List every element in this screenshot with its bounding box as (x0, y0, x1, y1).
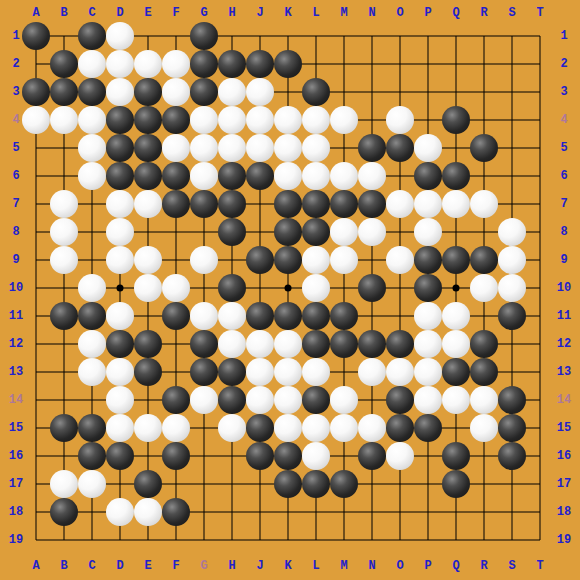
intersection-R2[interactable] (470, 50, 498, 78)
intersection-P10[interactable] (414, 274, 442, 302)
intersection-N14[interactable] (358, 386, 386, 414)
intersection-C19[interactable] (78, 526, 106, 554)
intersection-E16[interactable] (134, 442, 162, 470)
intersection-E6[interactable] (134, 162, 162, 190)
intersection-K13[interactable] (274, 358, 302, 386)
intersection-L18[interactable] (302, 498, 330, 526)
intersection-C10[interactable] (78, 274, 106, 302)
intersection-D19[interactable] (106, 526, 134, 554)
intersection-O10[interactable] (386, 274, 414, 302)
intersection-R15[interactable] (470, 414, 498, 442)
intersection-S11[interactable] (498, 302, 526, 330)
intersection-R4[interactable] (470, 106, 498, 134)
intersection-R13[interactable] (470, 358, 498, 386)
intersection-K9[interactable] (274, 246, 302, 274)
intersection-A8[interactable] (22, 218, 50, 246)
intersection-O16[interactable] (386, 442, 414, 470)
intersection-C17[interactable] (78, 470, 106, 498)
intersection-S12[interactable] (498, 330, 526, 358)
intersection-L9[interactable] (302, 246, 330, 274)
intersection-J15[interactable] (246, 414, 274, 442)
intersection-N6[interactable] (358, 162, 386, 190)
intersection-J12[interactable] (246, 330, 274, 358)
intersection-N12[interactable] (358, 330, 386, 358)
intersection-P8[interactable] (414, 218, 442, 246)
intersection-C11[interactable] (78, 302, 106, 330)
intersection-G10[interactable] (190, 274, 218, 302)
intersection-T7[interactable] (526, 190, 554, 218)
intersection-G16[interactable] (190, 442, 218, 470)
intersection-J7[interactable] (246, 190, 274, 218)
intersection-K14[interactable] (274, 386, 302, 414)
intersection-H6[interactable] (218, 162, 246, 190)
intersection-N13[interactable] (358, 358, 386, 386)
intersection-T14[interactable] (526, 386, 554, 414)
intersection-Q8[interactable] (442, 218, 470, 246)
intersection-J2[interactable] (246, 50, 274, 78)
intersection-D10[interactable] (106, 274, 134, 302)
intersection-M8[interactable] (330, 218, 358, 246)
intersection-T15[interactable] (526, 414, 554, 442)
intersection-N17[interactable] (358, 470, 386, 498)
intersection-P6[interactable] (414, 162, 442, 190)
intersection-O19[interactable] (386, 526, 414, 554)
intersection-Q3[interactable] (442, 78, 470, 106)
intersection-S19[interactable] (498, 526, 526, 554)
intersection-F14[interactable] (162, 386, 190, 414)
intersection-S10[interactable] (498, 274, 526, 302)
intersection-Q9[interactable] (442, 246, 470, 274)
intersection-E5[interactable] (134, 134, 162, 162)
intersection-O4[interactable] (386, 106, 414, 134)
intersection-K6[interactable] (274, 162, 302, 190)
intersection-L6[interactable] (302, 162, 330, 190)
intersection-A9[interactable] (22, 246, 50, 274)
intersection-T6[interactable] (526, 162, 554, 190)
intersection-D13[interactable] (106, 358, 134, 386)
intersection-K3[interactable] (274, 78, 302, 106)
intersection-N19[interactable] (358, 526, 386, 554)
intersection-A7[interactable] (22, 190, 50, 218)
intersection-L8[interactable] (302, 218, 330, 246)
intersection-P11[interactable] (414, 302, 442, 330)
intersection-A1[interactable] (22, 22, 50, 50)
intersection-S7[interactable] (498, 190, 526, 218)
intersection-F19[interactable] (162, 526, 190, 554)
intersection-G13[interactable] (190, 358, 218, 386)
intersection-H7[interactable] (218, 190, 246, 218)
intersection-J17[interactable] (246, 470, 274, 498)
intersection-H12[interactable] (218, 330, 246, 358)
intersection-T11[interactable] (526, 302, 554, 330)
intersection-E17[interactable] (134, 470, 162, 498)
intersection-A6[interactable] (22, 162, 50, 190)
intersection-S8[interactable] (498, 218, 526, 246)
intersection-O7[interactable] (386, 190, 414, 218)
intersection-C3[interactable] (78, 78, 106, 106)
intersection-S14[interactable] (498, 386, 526, 414)
intersection-M10[interactable] (330, 274, 358, 302)
intersection-T16[interactable] (526, 442, 554, 470)
intersection-P7[interactable] (414, 190, 442, 218)
intersection-G17[interactable] (190, 470, 218, 498)
intersection-H17[interactable] (218, 470, 246, 498)
intersection-A10[interactable] (22, 274, 50, 302)
intersection-O11[interactable] (386, 302, 414, 330)
intersection-P5[interactable] (414, 134, 442, 162)
intersection-T18[interactable] (526, 498, 554, 526)
intersection-N11[interactable] (358, 302, 386, 330)
intersection-K19[interactable] (274, 526, 302, 554)
intersection-R8[interactable] (470, 218, 498, 246)
intersection-E19[interactable] (134, 526, 162, 554)
intersection-B12[interactable] (50, 330, 78, 358)
intersection-T1[interactable] (526, 22, 554, 50)
intersection-B19[interactable] (50, 526, 78, 554)
intersection-P13[interactable] (414, 358, 442, 386)
intersection-H1[interactable] (218, 22, 246, 50)
intersection-O9[interactable] (386, 246, 414, 274)
intersection-S16[interactable] (498, 442, 526, 470)
intersection-P9[interactable] (414, 246, 442, 274)
intersection-T17[interactable] (526, 470, 554, 498)
intersection-N16[interactable] (358, 442, 386, 470)
intersection-J6[interactable] (246, 162, 274, 190)
intersection-Q11[interactable] (442, 302, 470, 330)
intersection-R14[interactable] (470, 386, 498, 414)
intersection-O1[interactable] (386, 22, 414, 50)
intersection-P2[interactable] (414, 50, 442, 78)
intersection-E13[interactable] (134, 358, 162, 386)
intersection-G3[interactable] (190, 78, 218, 106)
intersection-P15[interactable] (414, 414, 442, 442)
intersection-T9[interactable] (526, 246, 554, 274)
intersection-S6[interactable] (498, 162, 526, 190)
intersection-K2[interactable] (274, 50, 302, 78)
intersection-H18[interactable] (218, 498, 246, 526)
intersection-J14[interactable] (246, 386, 274, 414)
intersection-S1[interactable] (498, 22, 526, 50)
intersection-H9[interactable] (218, 246, 246, 274)
intersection-E18[interactable] (134, 498, 162, 526)
intersection-K4[interactable] (274, 106, 302, 134)
intersection-D16[interactable] (106, 442, 134, 470)
intersection-C16[interactable] (78, 442, 106, 470)
intersection-O8[interactable] (386, 218, 414, 246)
intersection-O13[interactable] (386, 358, 414, 386)
intersection-R12[interactable] (470, 330, 498, 358)
go-board[interactable] (22, 22, 554, 554)
intersection-L11[interactable] (302, 302, 330, 330)
intersection-A15[interactable] (22, 414, 50, 442)
intersection-O6[interactable] (386, 162, 414, 190)
intersection-Q4[interactable] (442, 106, 470, 134)
intersection-A18[interactable] (22, 498, 50, 526)
intersection-N18[interactable] (358, 498, 386, 526)
intersection-N3[interactable] (358, 78, 386, 106)
intersection-Q12[interactable] (442, 330, 470, 358)
intersection-D1[interactable] (106, 22, 134, 50)
intersection-G11[interactable] (190, 302, 218, 330)
intersection-M9[interactable] (330, 246, 358, 274)
intersection-F6[interactable] (162, 162, 190, 190)
intersection-S17[interactable] (498, 470, 526, 498)
intersection-E4[interactable] (134, 106, 162, 134)
intersection-Q14[interactable] (442, 386, 470, 414)
intersection-L7[interactable] (302, 190, 330, 218)
intersection-R6[interactable] (470, 162, 498, 190)
intersection-K5[interactable] (274, 134, 302, 162)
intersection-S4[interactable] (498, 106, 526, 134)
intersection-O12[interactable] (386, 330, 414, 358)
intersection-H13[interactable] (218, 358, 246, 386)
intersection-R3[interactable] (470, 78, 498, 106)
intersection-G14[interactable] (190, 386, 218, 414)
intersection-O14[interactable] (386, 386, 414, 414)
intersection-E9[interactable] (134, 246, 162, 274)
intersection-B16[interactable] (50, 442, 78, 470)
intersection-F5[interactable] (162, 134, 190, 162)
intersection-H8[interactable] (218, 218, 246, 246)
intersection-B9[interactable] (50, 246, 78, 274)
intersection-G1[interactable] (190, 22, 218, 50)
intersection-H10[interactable] (218, 274, 246, 302)
intersection-C12[interactable] (78, 330, 106, 358)
intersection-M15[interactable] (330, 414, 358, 442)
intersection-A17[interactable] (22, 470, 50, 498)
intersection-S5[interactable] (498, 134, 526, 162)
intersection-T10[interactable] (526, 274, 554, 302)
intersection-L5[interactable] (302, 134, 330, 162)
intersection-A19[interactable] (22, 526, 50, 554)
intersection-M16[interactable] (330, 442, 358, 470)
intersection-J8[interactable] (246, 218, 274, 246)
intersection-G19[interactable] (190, 526, 218, 554)
intersection-R10[interactable] (470, 274, 498, 302)
intersection-Q13[interactable] (442, 358, 470, 386)
intersection-F13[interactable] (162, 358, 190, 386)
intersection-S13[interactable] (498, 358, 526, 386)
intersection-H2[interactable] (218, 50, 246, 78)
intersection-H11[interactable] (218, 302, 246, 330)
intersection-J9[interactable] (246, 246, 274, 274)
intersection-T5[interactable] (526, 134, 554, 162)
intersection-L12[interactable] (302, 330, 330, 358)
intersection-B8[interactable] (50, 218, 78, 246)
intersection-E14[interactable] (134, 386, 162, 414)
intersection-P4[interactable] (414, 106, 442, 134)
intersection-H14[interactable] (218, 386, 246, 414)
intersection-D12[interactable] (106, 330, 134, 358)
intersection-K18[interactable] (274, 498, 302, 526)
intersection-L10[interactable] (302, 274, 330, 302)
intersection-D8[interactable] (106, 218, 134, 246)
intersection-H4[interactable] (218, 106, 246, 134)
intersection-C18[interactable] (78, 498, 106, 526)
intersection-K11[interactable] (274, 302, 302, 330)
intersection-C14[interactable] (78, 386, 106, 414)
intersection-T13[interactable] (526, 358, 554, 386)
intersection-S9[interactable] (498, 246, 526, 274)
intersection-M12[interactable] (330, 330, 358, 358)
intersection-O18[interactable] (386, 498, 414, 526)
intersection-Q1[interactable] (442, 22, 470, 50)
intersection-P3[interactable] (414, 78, 442, 106)
intersection-B7[interactable] (50, 190, 78, 218)
intersection-R11[interactable] (470, 302, 498, 330)
intersection-R7[interactable] (470, 190, 498, 218)
intersection-M14[interactable] (330, 386, 358, 414)
intersection-P18[interactable] (414, 498, 442, 526)
intersection-N10[interactable] (358, 274, 386, 302)
intersection-E12[interactable] (134, 330, 162, 358)
intersection-K8[interactable] (274, 218, 302, 246)
intersection-M1[interactable] (330, 22, 358, 50)
intersection-C6[interactable] (78, 162, 106, 190)
intersection-D18[interactable] (106, 498, 134, 526)
intersection-Q2[interactable] (442, 50, 470, 78)
intersection-D15[interactable] (106, 414, 134, 442)
intersection-C4[interactable] (78, 106, 106, 134)
intersection-B15[interactable] (50, 414, 78, 442)
intersection-J16[interactable] (246, 442, 274, 470)
intersection-C2[interactable] (78, 50, 106, 78)
intersection-M7[interactable] (330, 190, 358, 218)
intersection-M17[interactable] (330, 470, 358, 498)
intersection-L2[interactable] (302, 50, 330, 78)
intersection-L16[interactable] (302, 442, 330, 470)
intersection-M19[interactable] (330, 526, 358, 554)
intersection-P14[interactable] (414, 386, 442, 414)
intersection-G8[interactable] (190, 218, 218, 246)
intersection-O5[interactable] (386, 134, 414, 162)
intersection-L14[interactable] (302, 386, 330, 414)
intersection-M5[interactable] (330, 134, 358, 162)
intersection-D7[interactable] (106, 190, 134, 218)
intersection-R18[interactable] (470, 498, 498, 526)
intersection-Q15[interactable] (442, 414, 470, 442)
intersection-P1[interactable] (414, 22, 442, 50)
intersection-C7[interactable] (78, 190, 106, 218)
intersection-P17[interactable] (414, 470, 442, 498)
intersection-G6[interactable] (190, 162, 218, 190)
intersection-F12[interactable] (162, 330, 190, 358)
intersection-K7[interactable] (274, 190, 302, 218)
intersection-B13[interactable] (50, 358, 78, 386)
intersection-N7[interactable] (358, 190, 386, 218)
intersection-R17[interactable] (470, 470, 498, 498)
intersection-J5[interactable] (246, 134, 274, 162)
intersection-O2[interactable] (386, 50, 414, 78)
intersection-K15[interactable] (274, 414, 302, 442)
intersection-G18[interactable] (190, 498, 218, 526)
intersection-P16[interactable] (414, 442, 442, 470)
intersection-G9[interactable] (190, 246, 218, 274)
intersection-L4[interactable] (302, 106, 330, 134)
intersection-C8[interactable] (78, 218, 106, 246)
intersection-T12[interactable] (526, 330, 554, 358)
intersection-O17[interactable] (386, 470, 414, 498)
intersection-H5[interactable] (218, 134, 246, 162)
intersection-A12[interactable] (22, 330, 50, 358)
intersection-L3[interactable] (302, 78, 330, 106)
intersection-B11[interactable] (50, 302, 78, 330)
intersection-Q5[interactable] (442, 134, 470, 162)
intersection-G12[interactable] (190, 330, 218, 358)
intersection-Q17[interactable] (442, 470, 470, 498)
intersection-E3[interactable] (134, 78, 162, 106)
intersection-C13[interactable] (78, 358, 106, 386)
intersection-L13[interactable] (302, 358, 330, 386)
intersection-B10[interactable] (50, 274, 78, 302)
intersection-H19[interactable] (218, 526, 246, 554)
intersection-B5[interactable] (50, 134, 78, 162)
intersection-A14[interactable] (22, 386, 50, 414)
intersection-B3[interactable] (50, 78, 78, 106)
intersection-G2[interactable] (190, 50, 218, 78)
intersection-D11[interactable] (106, 302, 134, 330)
intersection-F10[interactable] (162, 274, 190, 302)
intersection-D9[interactable] (106, 246, 134, 274)
intersection-A4[interactable] (22, 106, 50, 134)
intersection-B17[interactable] (50, 470, 78, 498)
intersection-J18[interactable] (246, 498, 274, 526)
intersection-F1[interactable] (162, 22, 190, 50)
intersection-B14[interactable] (50, 386, 78, 414)
intersection-A11[interactable] (22, 302, 50, 330)
intersection-F18[interactable] (162, 498, 190, 526)
intersection-A2[interactable] (22, 50, 50, 78)
intersection-T19[interactable] (526, 526, 554, 554)
intersection-F7[interactable] (162, 190, 190, 218)
intersection-C1[interactable] (78, 22, 106, 50)
intersection-B2[interactable] (50, 50, 78, 78)
intersection-T2[interactable] (526, 50, 554, 78)
intersection-M3[interactable] (330, 78, 358, 106)
intersection-P12[interactable] (414, 330, 442, 358)
intersection-J3[interactable] (246, 78, 274, 106)
intersection-E2[interactable] (134, 50, 162, 78)
intersection-A16[interactable] (22, 442, 50, 470)
intersection-Q6[interactable] (442, 162, 470, 190)
intersection-F2[interactable] (162, 50, 190, 78)
intersection-O3[interactable] (386, 78, 414, 106)
intersection-Q18[interactable] (442, 498, 470, 526)
intersection-E15[interactable] (134, 414, 162, 442)
intersection-N5[interactable] (358, 134, 386, 162)
intersection-B4[interactable] (50, 106, 78, 134)
intersection-S15[interactable] (498, 414, 526, 442)
intersection-G5[interactable] (190, 134, 218, 162)
intersection-D14[interactable] (106, 386, 134, 414)
intersection-A5[interactable] (22, 134, 50, 162)
intersection-T4[interactable] (526, 106, 554, 134)
intersection-M13[interactable] (330, 358, 358, 386)
intersection-K16[interactable] (274, 442, 302, 470)
intersection-N8[interactable] (358, 218, 386, 246)
intersection-Q16[interactable] (442, 442, 470, 470)
intersection-L17[interactable] (302, 470, 330, 498)
intersection-M4[interactable] (330, 106, 358, 134)
intersection-N2[interactable] (358, 50, 386, 78)
intersection-Q10[interactable] (442, 274, 470, 302)
intersection-E7[interactable] (134, 190, 162, 218)
intersection-J10[interactable] (246, 274, 274, 302)
intersection-C5[interactable] (78, 134, 106, 162)
intersection-F4[interactable] (162, 106, 190, 134)
intersection-M11[interactable] (330, 302, 358, 330)
intersection-B6[interactable] (50, 162, 78, 190)
